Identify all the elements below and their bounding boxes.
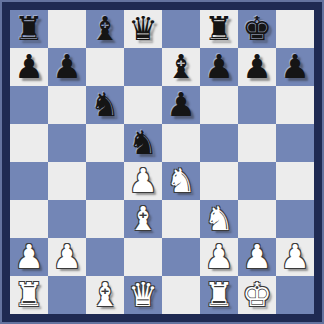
square-a4[interactable] [10, 162, 48, 200]
square-e7[interactable]: ♝ [162, 48, 200, 86]
piece-black-rook: ♜ [14, 10, 44, 48]
square-e1[interactable] [162, 276, 200, 314]
square-a7[interactable]: ♟ [10, 48, 48, 86]
square-h2[interactable]: ♟ [276, 238, 314, 276]
square-b8[interactable] [48, 10, 86, 48]
square-e6[interactable]: ♟ [162, 86, 200, 124]
square-a1[interactable]: ♜ [10, 276, 48, 314]
square-h3[interactable] [276, 200, 314, 238]
square-b7[interactable]: ♟ [48, 48, 86, 86]
square-a6[interactable] [10, 86, 48, 124]
piece-black-knight: ♞ [90, 86, 120, 124]
piece-black-pawn: ♟ [52, 48, 82, 86]
square-c3[interactable] [86, 200, 124, 238]
piece-black-knight: ♞ [128, 124, 158, 162]
square-c1[interactable]: ♝ [86, 276, 124, 314]
piece-white-rook: ♜ [204, 276, 234, 314]
piece-white-king: ♚ [242, 276, 272, 314]
square-f4[interactable] [200, 162, 238, 200]
square-a2[interactable]: ♟ [10, 238, 48, 276]
square-g3[interactable] [238, 200, 276, 238]
square-h1[interactable] [276, 276, 314, 314]
square-b4[interactable] [48, 162, 86, 200]
square-a5[interactable] [10, 124, 48, 162]
piece-black-pawn: ♟ [280, 48, 310, 86]
piece-black-rook: ♜ [204, 10, 234, 48]
square-e5[interactable] [162, 124, 200, 162]
square-b2[interactable]: ♟ [48, 238, 86, 276]
square-d7[interactable] [124, 48, 162, 86]
square-g1[interactable]: ♚ [238, 276, 276, 314]
piece-white-bishop: ♝ [90, 276, 120, 314]
square-d4[interactable]: ♟ [124, 162, 162, 200]
piece-black-pawn: ♟ [242, 48, 272, 86]
square-a8[interactable]: ♜ [10, 10, 48, 48]
piece-black-bishop: ♝ [90, 10, 120, 48]
square-h8[interactable] [276, 10, 314, 48]
square-f6[interactable] [200, 86, 238, 124]
square-e4[interactable]: ♞ [162, 162, 200, 200]
square-h6[interactable] [276, 86, 314, 124]
square-e2[interactable] [162, 238, 200, 276]
piece-white-rook: ♜ [14, 276, 44, 314]
piece-white-knight: ♞ [204, 200, 234, 238]
piece-black-bishop: ♝ [166, 48, 196, 86]
piece-black-king: ♚ [242, 10, 272, 48]
square-b5[interactable] [48, 124, 86, 162]
square-f5[interactable] [200, 124, 238, 162]
square-g2[interactable]: ♟ [238, 238, 276, 276]
square-c8[interactable]: ♝ [86, 10, 124, 48]
square-c6[interactable]: ♞ [86, 86, 124, 124]
square-e8[interactable] [162, 10, 200, 48]
square-c5[interactable] [86, 124, 124, 162]
square-g7[interactable]: ♟ [238, 48, 276, 86]
piece-white-pawn: ♟ [242, 238, 272, 276]
square-d2[interactable] [124, 238, 162, 276]
square-d5[interactable]: ♞ [124, 124, 162, 162]
piece-white-bishop: ♝ [128, 200, 158, 238]
square-f7[interactable]: ♟ [200, 48, 238, 86]
board-frame: ♜♝♛♜♚♟♟♝♟♟♟♞♟♞♟♞♝♞♟♟♟♟♟♜♝♛♜♚ [0, 0, 324, 324]
square-b3[interactable] [48, 200, 86, 238]
piece-white-queen: ♛ [128, 276, 158, 314]
square-d3[interactable]: ♝ [124, 200, 162, 238]
square-c7[interactable] [86, 48, 124, 86]
piece-black-pawn: ♟ [166, 86, 196, 124]
piece-white-pawn: ♟ [128, 162, 158, 200]
square-g8[interactable]: ♚ [238, 10, 276, 48]
square-b6[interactable] [48, 86, 86, 124]
piece-white-knight: ♞ [166, 162, 196, 200]
square-f8[interactable]: ♜ [200, 10, 238, 48]
square-c4[interactable] [86, 162, 124, 200]
square-h4[interactable] [276, 162, 314, 200]
piece-white-pawn: ♟ [52, 238, 82, 276]
square-c2[interactable] [86, 238, 124, 276]
square-e3[interactable] [162, 200, 200, 238]
square-f1[interactable]: ♜ [200, 276, 238, 314]
piece-black-queen: ♛ [128, 10, 158, 48]
square-g5[interactable] [238, 124, 276, 162]
chess-board: ♜♝♛♜♚♟♟♝♟♟♟♞♟♞♟♞♝♞♟♟♟♟♟♜♝♛♜♚ [10, 10, 314, 314]
square-f3[interactable]: ♞ [200, 200, 238, 238]
square-a3[interactable] [10, 200, 48, 238]
square-h7[interactable]: ♟ [276, 48, 314, 86]
piece-black-pawn: ♟ [204, 48, 234, 86]
piece-black-pawn: ♟ [14, 48, 44, 86]
piece-white-pawn: ♟ [204, 238, 234, 276]
square-g4[interactable] [238, 162, 276, 200]
square-d8[interactable]: ♛ [124, 10, 162, 48]
square-d1[interactable]: ♛ [124, 276, 162, 314]
piece-white-pawn: ♟ [280, 238, 310, 276]
square-d6[interactable] [124, 86, 162, 124]
piece-white-pawn: ♟ [14, 238, 44, 276]
square-b1[interactable] [48, 276, 86, 314]
square-h5[interactable] [276, 124, 314, 162]
square-g6[interactable] [238, 86, 276, 124]
square-f2[interactable]: ♟ [200, 238, 238, 276]
